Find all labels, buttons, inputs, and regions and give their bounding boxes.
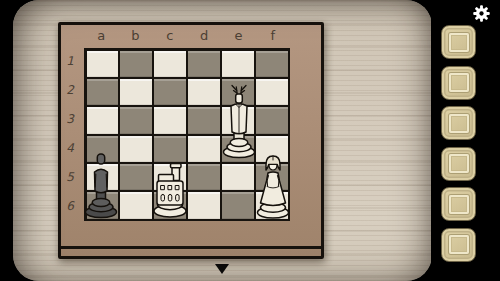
inventory-slot[interactable]	[441, 228, 476, 262]
inventory-slot-inner	[449, 114, 469, 133]
inventory-slot-inner	[449, 33, 469, 52]
inventory-slot-inner	[449, 73, 469, 92]
pieces-layer	[61, 25, 321, 256]
room-wall: abcdef 123456	[13, 0, 432, 281]
piece-woman[interactable]	[253, 153, 293, 219]
chess-board: abcdef 123456	[58, 22, 324, 259]
inventory-slot-inner	[449, 195, 469, 214]
inventory-slot-inner	[449, 235, 469, 254]
game-screen: abcdef 123456	[0, 0, 500, 281]
inventory-slot[interactable]	[441, 147, 476, 181]
inventory-slot[interactable]	[441, 187, 476, 221]
piece-man-statue[interactable]	[81, 151, 121, 219]
inventory-slot-inner	[449, 154, 469, 173]
inventory-sidebar	[431, 0, 500, 281]
inventory-slot[interactable]	[441, 106, 476, 140]
down-arrow-icon[interactable]	[215, 264, 229, 274]
inventory-slot[interactable]	[441, 66, 476, 100]
piece-deer-figure[interactable]	[217, 83, 261, 161]
inventory-slot[interactable]	[441, 25, 476, 59]
piece-building[interactable]	[147, 159, 193, 219]
gear-icon[interactable]	[472, 4, 491, 23]
